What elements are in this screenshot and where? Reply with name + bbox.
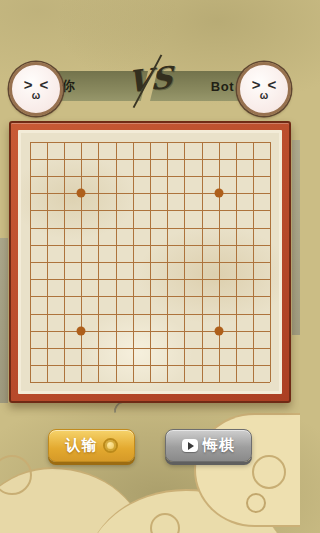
board-cell[interactable]: [141, 322, 158, 339]
play-icon: [182, 439, 198, 452]
board-cell[interactable]: [210, 219, 227, 236]
board-cell[interactable]: [107, 202, 124, 219]
board-cell[interactable]: [38, 305, 55, 322]
board-cell[interactable]: [73, 339, 90, 356]
right-player-avatar: > < ω: [237, 62, 291, 116]
board-cell[interactable]: [141, 305, 158, 322]
board-cell[interactable]: [245, 305, 262, 322]
board-cell[interactable]: [262, 339, 279, 356]
board-cell[interactable]: [90, 236, 107, 253]
board-cell[interactable]: [262, 236, 279, 253]
board-cell[interactable]: [107, 322, 124, 339]
board-cell[interactable]: [245, 150, 262, 167]
cloud-spiral-icon: [246, 493, 266, 513]
board-cell[interactable]: [159, 185, 176, 202]
star-point: [214, 189, 223, 198]
board-cell[interactable]: [55, 288, 72, 305]
board-cell[interactable]: [193, 271, 210, 288]
board-cell[interactable]: [227, 305, 244, 322]
board-cell[interactable]: [193, 185, 210, 202]
board-margin: [18, 130, 282, 394]
board-cell[interactable]: [262, 322, 279, 339]
board-cell[interactable]: [159, 357, 176, 374]
board-cell[interactable]: [141, 253, 158, 270]
avatar-eye: <: [40, 79, 49, 91]
board-cell[interactable]: [210, 236, 227, 253]
board-cell[interactable]: [21, 339, 38, 356]
board-cell[interactable]: [21, 288, 38, 305]
board-cell[interactable]: [176, 236, 193, 253]
board-cell[interactable]: [227, 185, 244, 202]
board-cell[interactable]: [124, 133, 141, 150]
board-cell[interactable]: [124, 271, 141, 288]
board-cell[interactable]: [159, 322, 176, 339]
board-cell[interactable]: [262, 202, 279, 219]
board-grid: [21, 133, 279, 391]
board-cell[interactable]: [21, 253, 38, 270]
board-cell[interactable]: [227, 133, 244, 150]
board-cell[interactable]: [55, 357, 72, 374]
board-cell[interactable]: [124, 167, 141, 184]
resign-button-label: 认输: [66, 436, 98, 455]
board-cell[interactable]: [159, 271, 176, 288]
board-cell[interactable]: [107, 133, 124, 150]
background-stone-strip-left: [0, 238, 8, 403]
board-cell[interactable]: [21, 202, 38, 219]
board-cell[interactable]: [90, 322, 107, 339]
board-cell[interactable]: [159, 236, 176, 253]
board-cell[interactable]: [90, 253, 107, 270]
board-cell[interactable]: [193, 288, 210, 305]
board-cell[interactable]: [210, 253, 227, 270]
board-cell[interactable]: [176, 271, 193, 288]
board-cell[interactable]: [159, 202, 176, 219]
undo-button-label: 悔棋: [203, 436, 235, 455]
board-cell[interactable]: [193, 219, 210, 236]
board-cell[interactable]: [73, 236, 90, 253]
board-cell[interactable]: [55, 167, 72, 184]
board-cell[interactable]: [107, 339, 124, 356]
board-cell[interactable]: [245, 322, 262, 339]
board-cell[interactable]: [107, 374, 124, 391]
board-cell[interactable]: [107, 271, 124, 288]
board-cell[interactable]: [227, 339, 244, 356]
board-cell[interactable]: [159, 288, 176, 305]
board-cell[interactable]: [245, 357, 262, 374]
board-cell[interactable]: [227, 150, 244, 167]
board-cell[interactable]: [73, 357, 90, 374]
board-cell[interactable]: [90, 305, 107, 322]
board-cell[interactable]: [90, 339, 107, 356]
vs-label: VS: [127, 59, 173, 99]
board-cell[interactable]: [21, 185, 38, 202]
board-cell[interactable]: [107, 253, 124, 270]
board-cell[interactable]: [124, 305, 141, 322]
board-cell[interactable]: [90, 357, 107, 374]
star-point: [214, 326, 223, 335]
board-cell[interactable]: [73, 374, 90, 391]
board-cell[interactable]: [245, 219, 262, 236]
board-cell[interactable]: [55, 305, 72, 322]
board-cell[interactable]: [124, 322, 141, 339]
board-cell[interactable]: [193, 150, 210, 167]
board-cell[interactable]: [21, 133, 38, 150]
board-cell[interactable]: [262, 357, 279, 374]
board-cell[interactable]: [90, 374, 107, 391]
board-cell[interactable]: [227, 288, 244, 305]
board-cell[interactable]: [141, 185, 158, 202]
board-cell[interactable]: [159, 150, 176, 167]
board-cell[interactable]: [227, 253, 244, 270]
gomoku-board-frame: [9, 121, 291, 403]
board-cell[interactable]: [176, 133, 193, 150]
board-cell[interactable]: [124, 236, 141, 253]
avatar-face-icon: > <: [252, 79, 277, 91]
board-cell[interactable]: [21, 357, 38, 374]
resign-button[interactable]: 认输: [48, 429, 135, 462]
board-cell[interactable]: [55, 236, 72, 253]
board-cell[interactable]: [245, 288, 262, 305]
match-header: 你 Bot > < ω > < ω VS: [0, 60, 300, 116]
board-cell[interactable]: [262, 133, 279, 150]
board-cell[interactable]: [124, 374, 141, 391]
action-button-row: 认输 悔棋: [0, 429, 300, 462]
board-cell[interactable]: [210, 288, 227, 305]
board-cell[interactable]: [176, 253, 193, 270]
board-cell[interactable]: [73, 185, 90, 202]
board-cell[interactable]: [90, 133, 107, 150]
board-cell[interactable]: [245, 271, 262, 288]
board-cell[interactable]: [262, 374, 279, 391]
board-cell[interactable]: [141, 271, 158, 288]
board-cell[interactable]: [73, 288, 90, 305]
board-cell[interactable]: [193, 236, 210, 253]
board-cell[interactable]: [227, 357, 244, 374]
board-cell[interactable]: [107, 236, 124, 253]
board-cell[interactable]: [176, 339, 193, 356]
board-cell[interactable]: [21, 219, 38, 236]
board-cell[interactable]: [124, 339, 141, 356]
board-cell[interactable]: [90, 185, 107, 202]
board-cell[interactable]: [210, 133, 227, 150]
board-cell[interactable]: [159, 305, 176, 322]
board-cell[interactable]: [107, 305, 124, 322]
left-player-avatar: > < ω: [9, 62, 63, 116]
board-cell[interactable]: [73, 167, 90, 184]
board-cell[interactable]: [159, 167, 176, 184]
board-cell[interactable]: [210, 357, 227, 374]
board-cell[interactable]: [21, 305, 38, 322]
avatar-face-icon: > <: [24, 79, 49, 91]
board-cell[interactable]: [38, 357, 55, 374]
board-cell[interactable]: [193, 357, 210, 374]
board-cell[interactable]: [210, 150, 227, 167]
board-cell[interactable]: [73, 271, 90, 288]
board-cell[interactable]: [107, 150, 124, 167]
board-cell[interactable]: [90, 271, 107, 288]
board-cell[interactable]: [55, 253, 72, 270]
board-cell[interactable]: [227, 202, 244, 219]
board-cell[interactable]: [141, 357, 158, 374]
board-cell[interactable]: [227, 374, 244, 391]
board-cell[interactable]: [176, 374, 193, 391]
board-cell[interactable]: [262, 219, 279, 236]
avatar-mouth: ω: [32, 92, 40, 100]
board-cell[interactable]: [227, 236, 244, 253]
board-cell[interactable]: [38, 339, 55, 356]
board-cell[interactable]: [141, 150, 158, 167]
board-cell[interactable]: [21, 236, 38, 253]
board-cell[interactable]: [176, 202, 193, 219]
board-cell[interactable]: [55, 374, 72, 391]
board-cell[interactable]: [176, 219, 193, 236]
board-cell[interactable]: [107, 219, 124, 236]
board-cell[interactable]: [245, 236, 262, 253]
coin-icon: [103, 438, 118, 453]
board-cell[interactable]: [141, 133, 158, 150]
left-player-name: 你: [62, 77, 76, 95]
board-cell[interactable]: [176, 305, 193, 322]
board-cell[interactable]: [262, 150, 279, 167]
board-cell[interactable]: [107, 288, 124, 305]
board-cell[interactable]: [193, 322, 210, 339]
board-cell[interactable]: [141, 236, 158, 253]
board-cell[interactable]: [210, 185, 227, 202]
board-cell[interactable]: [210, 322, 227, 339]
star-point: [77, 189, 86, 198]
avatar-eye: <: [268, 79, 277, 91]
board-cell[interactable]: [124, 150, 141, 167]
board-cell[interactable]: [176, 150, 193, 167]
board-cell[interactable]: [227, 167, 244, 184]
board-cell[interactable]: [262, 288, 279, 305]
board-cell[interactable]: [73, 219, 90, 236]
board-cell[interactable]: [227, 271, 244, 288]
undo-button[interactable]: 悔棋: [165, 429, 252, 462]
background-stone-strip-right: [292, 140, 300, 335]
board-cell[interactable]: [176, 167, 193, 184]
board-cell[interactable]: [245, 374, 262, 391]
board-cell[interactable]: [141, 339, 158, 356]
board-cell[interactable]: [193, 167, 210, 184]
board-cell[interactable]: [21, 271, 38, 288]
board-cell[interactable]: [193, 305, 210, 322]
board-cell[interactable]: [124, 357, 141, 374]
board-cell[interactable]: [210, 167, 227, 184]
board-cell[interactable]: [73, 202, 90, 219]
avatar-mouth: ω: [260, 92, 268, 100]
board-cell[interactable]: [21, 150, 38, 167]
board-cell[interactable]: [262, 185, 279, 202]
right-player-name: Bot: [211, 79, 234, 94]
board-cell[interactable]: [193, 253, 210, 270]
board-cell[interactable]: [90, 150, 107, 167]
board-cell[interactable]: [21, 374, 38, 391]
board-cell[interactable]: [38, 236, 55, 253]
board-cell[interactable]: [210, 339, 227, 356]
board-cell[interactable]: [159, 219, 176, 236]
board-cell[interactable]: [193, 133, 210, 150]
board-cell[interactable]: [245, 202, 262, 219]
board-cell[interactable]: [38, 202, 55, 219]
board-cell[interactable]: [38, 374, 55, 391]
board-cell[interactable]: [55, 322, 72, 339]
board-cell[interactable]: [245, 253, 262, 270]
board-cell[interactable]: [38, 150, 55, 167]
board-cell[interactable]: [90, 202, 107, 219]
board-cell[interactable]: [159, 253, 176, 270]
star-point: [77, 326, 86, 335]
board-cell[interactable]: [107, 167, 124, 184]
board-cell[interactable]: [38, 167, 55, 184]
board-cell[interactable]: [38, 253, 55, 270]
board-cell[interactable]: [227, 322, 244, 339]
board-cell[interactable]: [262, 167, 279, 184]
board-surface: [21, 133, 279, 391]
board-cell[interactable]: [55, 202, 72, 219]
board-cell[interactable]: [73, 322, 90, 339]
board-cell[interactable]: [176, 288, 193, 305]
board-cell[interactable]: [176, 357, 193, 374]
board-cell[interactable]: [159, 339, 176, 356]
board-cell[interactable]: [245, 167, 262, 184]
board-cell[interactable]: [124, 253, 141, 270]
board-cell[interactable]: [141, 288, 158, 305]
board-cell[interactable]: [210, 271, 227, 288]
board-cell[interactable]: [55, 133, 72, 150]
board-cell[interactable]: [55, 150, 72, 167]
board-cell[interactable]: [107, 185, 124, 202]
board-cell[interactable]: [193, 339, 210, 356]
board-cell[interactable]: [90, 219, 107, 236]
board-cell[interactable]: [124, 219, 141, 236]
board-cell[interactable]: [73, 253, 90, 270]
board-cell[interactable]: [210, 305, 227, 322]
board-cell[interactable]: [193, 202, 210, 219]
board-cell[interactable]: [38, 133, 55, 150]
board-cell[interactable]: [262, 253, 279, 270]
board-cell[interactable]: [55, 339, 72, 356]
board-cell[interactable]: [107, 357, 124, 374]
board-cell[interactable]: [124, 185, 141, 202]
board-cell[interactable]: [141, 219, 158, 236]
board-cell[interactable]: [90, 167, 107, 184]
board-cell[interactable]: [21, 167, 38, 184]
board-cell[interactable]: [38, 288, 55, 305]
board-cell[interactable]: [38, 271, 55, 288]
board-cell[interactable]: [141, 374, 158, 391]
avatar-eye: >: [24, 79, 33, 91]
board-cell[interactable]: [55, 185, 72, 202]
board-cell[interactable]: [73, 133, 90, 150]
board-cell[interactable]: [38, 322, 55, 339]
board-cell[interactable]: [245, 133, 262, 150]
board-cell[interactable]: [210, 202, 227, 219]
board-cell[interactable]: [176, 322, 193, 339]
board-cell[interactable]: [141, 202, 158, 219]
board-cell[interactable]: [210, 374, 227, 391]
board-cell[interactable]: [90, 288, 107, 305]
board-cell[interactable]: [262, 271, 279, 288]
board-cell[interactable]: [227, 219, 244, 236]
avatar-eye: >: [252, 79, 261, 91]
board-cell[interactable]: [73, 150, 90, 167]
board-cell[interactable]: [159, 374, 176, 391]
board-cell[interactable]: [193, 374, 210, 391]
board-cell[interactable]: [55, 271, 72, 288]
board-cell[interactable]: [141, 167, 158, 184]
board-cell[interactable]: [21, 322, 38, 339]
board-cell[interactable]: [245, 185, 262, 202]
board-cell[interactable]: [176, 185, 193, 202]
board-cell[interactable]: [159, 133, 176, 150]
board-cell[interactable]: [262, 305, 279, 322]
board-cell[interactable]: [73, 305, 90, 322]
board-cell[interactable]: [38, 219, 55, 236]
board-cell[interactable]: [124, 288, 141, 305]
board-cell[interactable]: [245, 339, 262, 356]
board-cell[interactable]: [55, 219, 72, 236]
board-cell[interactable]: [38, 185, 55, 202]
board-cell[interactable]: [124, 202, 141, 219]
